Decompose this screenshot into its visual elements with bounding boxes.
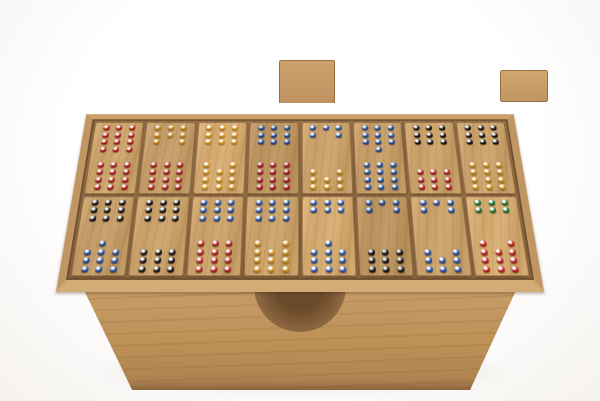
red-pip [95, 177, 102, 183]
domino-r2c5 [301, 196, 356, 276]
yellow-pip [216, 169, 223, 175]
pip-cell [113, 214, 128, 222]
pip-cell [211, 198, 225, 206]
red-pip [163, 169, 170, 175]
pip-cell [386, 161, 400, 168]
yellow-pip [337, 184, 344, 190]
pip-cell [474, 222, 489, 230]
pip-cell [418, 222, 433, 230]
red-pip [124, 162, 131, 167]
pip-cell [334, 206, 348, 214]
yellow-pip [485, 177, 492, 183]
yellow-pip [232, 125, 238, 130]
red-pip [115, 132, 122, 137]
blue-pip [376, 147, 383, 152]
blue-pip [258, 125, 264, 130]
black-pip [90, 207, 97, 213]
pip-cell [279, 248, 293, 256]
blue-pip [377, 169, 384, 175]
pip-cell [105, 176, 119, 184]
pip-cell [307, 139, 320, 146]
pip-cell [377, 239, 391, 247]
pip-cell [507, 265, 523, 274]
pip-cell [411, 139, 425, 146]
yellow-pip [216, 177, 223, 183]
pip-cell [372, 139, 385, 146]
pip-cell [444, 206, 459, 214]
pip-cell [307, 256, 321, 265]
pip-cell [307, 168, 320, 176]
pip-cell [280, 168, 293, 176]
red-pip [150, 162, 157, 167]
domino-half-top [410, 196, 466, 235]
pip-cell [479, 161, 493, 168]
blue-pip [453, 257, 461, 263]
blue-pip [424, 249, 431, 255]
pip-cell [280, 161, 293, 168]
pip-cell [119, 168, 133, 176]
pip-cell [150, 256, 165, 265]
black-pip [368, 257, 375, 263]
pip-cell [489, 139, 503, 146]
yellow-pip [471, 177, 478, 183]
blue-pip [365, 207, 372, 213]
red-pip [164, 162, 171, 167]
red-pip [432, 184, 439, 190]
blue-pip [95, 266, 103, 272]
yellow-pip [472, 184, 479, 190]
blue-pip [200, 215, 207, 221]
pip-cell [254, 139, 267, 146]
pip-cell [225, 183, 239, 191]
red-pip [510, 257, 518, 263]
black-pip [414, 140, 421, 145]
blue-pip [109, 266, 117, 272]
red-pip [418, 184, 425, 190]
blue-pip [283, 207, 290, 213]
pip-cell [371, 124, 384, 131]
blue-pip [375, 132, 382, 137]
pip-cell [91, 176, 105, 184]
pip-cell [172, 176, 186, 184]
yellow-pip [310, 169, 316, 175]
red-pip [128, 125, 135, 130]
black-pip [439, 132, 446, 137]
domino-half-bottom [301, 157, 353, 194]
pip-cell [213, 161, 227, 168]
pip-cell [94, 248, 109, 256]
black-pip [145, 207, 152, 213]
pip-cell [280, 176, 293, 184]
pip-cell [335, 239, 349, 247]
pip-cell [417, 214, 431, 222]
pip-cell [335, 248, 349, 256]
pip-cell [307, 206, 321, 214]
red-pip [103, 125, 110, 130]
pip-cell [227, 146, 240, 153]
pip-cell [364, 256, 379, 265]
red-pip [101, 140, 108, 145]
domino-half-top [356, 196, 411, 235]
pip-cell [471, 198, 486, 206]
blue-pip [227, 215, 234, 221]
pip-cell [425, 146, 439, 153]
pip-cell [228, 131, 241, 138]
pip-cell [474, 124, 488, 131]
pip-cell [166, 239, 181, 247]
pip-cell [227, 161, 241, 168]
red-pip [481, 249, 489, 255]
red-pip [148, 184, 155, 190]
black-pip [382, 257, 389, 263]
black-pip [105, 200, 112, 206]
domino-r1c5 [301, 122, 353, 193]
blue-pip [377, 177, 384, 183]
domino-r1c4 [247, 122, 299, 193]
pip-cell [427, 176, 441, 184]
black-pip [426, 125, 433, 130]
pip-cell [110, 139, 124, 146]
yellow-pip [254, 249, 261, 255]
pip-cell [307, 265, 321, 274]
pip-cell [252, 214, 266, 222]
blue-pip [214, 200, 221, 206]
pip-cell [146, 168, 160, 176]
pip-cell [226, 168, 240, 176]
red-pip [108, 177, 115, 183]
pip-cell [321, 206, 335, 214]
black-pip [116, 215, 123, 221]
pip-cell [424, 139, 438, 146]
black-pip [478, 132, 485, 137]
pip-cell [492, 256, 507, 265]
pip-cell [212, 176, 226, 184]
pip-cell [125, 124, 139, 131]
pip-cell [99, 214, 114, 222]
blue-pip [310, 125, 316, 130]
box-front-face [82, 286, 518, 390]
blue-pip [269, 200, 276, 206]
pip-cell [448, 248, 463, 256]
pip-cell [501, 222, 516, 230]
pip-cell [387, 176, 401, 184]
pip-cell [163, 131, 177, 138]
pip-cell [413, 161, 427, 168]
red-pip [256, 177, 263, 183]
yellow-pip [180, 132, 187, 137]
domino-half-top [90, 122, 144, 157]
blue-pip [271, 132, 277, 137]
blue-pip [228, 200, 235, 206]
pip-cell [278, 265, 292, 274]
domino-r1c1 [84, 122, 144, 193]
yellow-pip [324, 184, 331, 190]
pip-cell [169, 206, 183, 214]
blue-pip [112, 249, 120, 255]
blue-pip [81, 266, 89, 272]
pip-cell [212, 183, 226, 191]
pip-cell [427, 168, 441, 176]
pip-cell [413, 168, 427, 176]
pip-cell [224, 214, 238, 222]
red-pip [256, 184, 263, 190]
pip-cell [175, 146, 189, 153]
pip-cell [461, 124, 475, 131]
pip-cell [193, 248, 208, 256]
pip-cell [78, 256, 93, 265]
red-pip [445, 184, 452, 190]
blue-pip [269, 215, 276, 221]
yellow-pip [268, 257, 275, 263]
pip-cell [374, 176, 388, 184]
pip-cell [492, 161, 506, 168]
domino-half-top [465, 196, 523, 235]
blue-pip [390, 162, 397, 167]
pip-cell [152, 239, 167, 247]
pip-cell [118, 176, 132, 184]
yellow-pip [253, 266, 260, 272]
blue-pip [200, 207, 207, 213]
pip-cell [142, 198, 156, 206]
blue-pip [447, 200, 454, 206]
pip-cell [415, 183, 429, 191]
pip-cell [482, 183, 496, 191]
pip-cell [423, 131, 437, 138]
pip-cell [279, 198, 293, 206]
pip-cell [197, 206, 211, 214]
pip-cell [362, 198, 376, 206]
yellow-pip [179, 140, 186, 145]
yellow-pip [232, 132, 238, 137]
pip-cell [430, 206, 444, 214]
black-pip [427, 132, 434, 137]
pip-cell [268, 124, 281, 131]
pip-cell [264, 256, 278, 265]
pip-cell [254, 146, 267, 153]
blue-pip [374, 125, 381, 130]
blue-pip [364, 177, 371, 183]
pip-cell [487, 124, 501, 131]
pip-cell [493, 168, 507, 176]
green-pip [489, 207, 496, 213]
pip-cell [307, 183, 320, 191]
yellow-pip [204, 162, 211, 167]
pip-cell [307, 198, 321, 206]
domino-r2c4 [244, 196, 299, 276]
blue-pip [325, 240, 332, 246]
domino-half-top [353, 122, 405, 157]
pip-cell [436, 265, 451, 274]
pip-cell [167, 222, 182, 230]
black-pip [492, 140, 499, 145]
yellow-pip [482, 162, 489, 167]
green-pip [501, 200, 508, 206]
black-pip [397, 266, 404, 272]
pip-cell [279, 206, 293, 214]
pip-cell [321, 214, 335, 222]
pip-cell [163, 265, 178, 274]
blue-pip [271, 125, 277, 130]
blue-pip [310, 200, 317, 206]
pip-cell [266, 183, 280, 191]
pip-cell [77, 265, 93, 274]
domino-half-top [249, 122, 299, 157]
domino-grid [68, 121, 531, 278]
black-pip [167, 266, 174, 272]
pip-cell [265, 214, 279, 222]
red-pip [257, 162, 264, 167]
pip-cell [321, 222, 335, 230]
green-pip [474, 200, 481, 206]
blue-pip [393, 207, 400, 213]
pip-cell [373, 161, 387, 168]
pip-cell [255, 124, 268, 131]
red-pip [431, 177, 438, 183]
black-pip [118, 200, 125, 206]
black-pip [477, 125, 484, 130]
pip-cell [422, 265, 437, 274]
yellow-pip [167, 132, 174, 137]
blue-pip [391, 177, 398, 183]
pip-cell [384, 124, 397, 131]
red-pip [162, 177, 169, 183]
pip-cell [333, 146, 346, 153]
pip-cell [391, 239, 406, 247]
black-pip [466, 140, 473, 145]
pip-cell [215, 139, 228, 146]
pip-cell [210, 206, 224, 214]
pip-cell [266, 198, 280, 206]
pip-cell [193, 256, 208, 265]
blue-pip [214, 207, 221, 213]
black-pip [367, 249, 374, 255]
red-pip [417, 169, 424, 175]
pip-cell [321, 239, 335, 247]
pip-cell [307, 131, 320, 138]
pip-cell [422, 124, 436, 131]
domino-r1c3 [193, 122, 248, 193]
pip-cell [332, 139, 345, 146]
domino-half-bottom [460, 157, 516, 194]
pip-cell [85, 214, 100, 222]
pip-cell [421, 256, 436, 265]
pip-cell [376, 214, 390, 222]
pip-cell [224, 198, 238, 206]
red-pip [198, 240, 205, 246]
blue-pip [452, 249, 460, 255]
pip-cell [388, 183, 402, 191]
pip-cell [199, 176, 213, 184]
pip-cell [195, 222, 209, 230]
pip-cell [168, 214, 182, 222]
pip-cell [431, 214, 446, 222]
red-pip [270, 184, 277, 190]
black-pip [89, 215, 97, 221]
pip-cell [137, 248, 152, 256]
pip-cell [468, 176, 482, 184]
yellow-pip [499, 184, 506, 190]
pip-cell [449, 256, 464, 265]
pip-cell [200, 161, 214, 168]
red-pip [102, 132, 109, 137]
pip-cell [420, 239, 435, 247]
yellow-pip [230, 169, 237, 175]
pip-cell [266, 176, 279, 184]
red-pip [116, 125, 123, 130]
pip-cell [478, 256, 493, 265]
pip-cell [103, 183, 117, 191]
pip-cell [389, 206, 403, 214]
pip-cell [170, 198, 184, 206]
blue-pip [258, 140, 264, 145]
pip-cell [389, 198, 403, 206]
blue-pip [256, 200, 263, 206]
pip-cell [135, 265, 150, 274]
blue-pip [387, 125, 394, 130]
pip-cell [280, 131, 293, 138]
pip-cell [280, 139, 293, 146]
blue-pip [390, 169, 397, 175]
red-pip [443, 169, 450, 175]
red-pip [211, 249, 218, 255]
pip-cell [141, 214, 156, 222]
pip-cell [224, 206, 238, 214]
pip-cell [123, 139, 137, 146]
domino-r1c7 [404, 122, 461, 193]
pip-cell [416, 198, 430, 206]
pip-cell [141, 206, 156, 214]
pip-cell [98, 222, 113, 230]
domino-half-bottom [128, 235, 186, 276]
box-back-tab [279, 60, 335, 103]
pip-cell [440, 168, 454, 176]
black-pip [414, 132, 421, 137]
black-pip [154, 257, 161, 263]
domino-half-top [133, 196, 189, 235]
blue-pip [391, 184, 398, 190]
blue-pip [283, 215, 290, 221]
blue-pip [311, 257, 318, 263]
pip-cell [192, 265, 207, 274]
pip-cell [376, 206, 390, 214]
green-pip [503, 207, 510, 213]
pip-cell [264, 265, 278, 274]
pip-cell [97, 139, 111, 146]
pip-cell [145, 176, 159, 184]
pip-cell [480, 168, 494, 176]
pip-cell [214, 146, 227, 153]
red-pip [496, 257, 504, 263]
yellow-pip [205, 140, 212, 145]
pip-cell [149, 146, 163, 153]
yellow-pip [206, 132, 213, 137]
pip-cell [392, 248, 407, 256]
domino-r2c1 [71, 196, 136, 276]
pip-cell [155, 206, 169, 214]
pip-cell [504, 239, 519, 247]
pip-cell [149, 265, 164, 274]
pip-cell [426, 161, 440, 168]
pip-cell [434, 239, 449, 247]
pip-cell [392, 256, 407, 265]
pip-cell [175, 139, 189, 146]
red-pip [270, 169, 277, 175]
pip-cell [107, 161, 121, 168]
blue-pip [338, 207, 345, 213]
blue-pip [439, 257, 446, 263]
pip-cell [107, 256, 122, 265]
red-pip [270, 177, 277, 183]
